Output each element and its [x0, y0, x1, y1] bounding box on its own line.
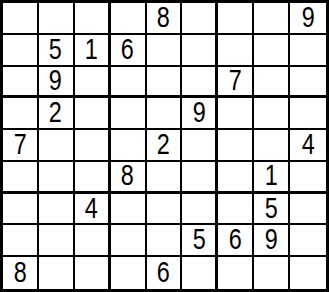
cell-r7c2[interactable]: [39, 194, 75, 226]
cell-r9c9[interactable]: [290, 257, 326, 289]
cell-r2c6[interactable]: [182, 35, 218, 67]
cell-r7c8[interactable]: 5: [254, 194, 290, 226]
cell-r2c7[interactable]: [218, 35, 254, 67]
cell-digit: 6: [121, 35, 134, 66]
cell-r4c3[interactable]: [75, 98, 111, 130]
cell-r1c5[interactable]: 8: [147, 3, 183, 35]
cell-r3c7[interactable]: 7: [218, 67, 254, 99]
cell-r9c5[interactable]: 6: [147, 257, 183, 289]
cell-r9c3[interactable]: [75, 257, 111, 289]
cell-r2c2[interactable]: 5: [39, 35, 75, 67]
cell-r9c7[interactable]: [218, 257, 254, 289]
cell-r1c2[interactable]: [39, 3, 75, 35]
cell-r3c6[interactable]: [182, 67, 218, 99]
cell-r4c2[interactable]: 2: [39, 98, 75, 130]
cell-r5c8[interactable]: [254, 130, 290, 162]
cell-r4c1[interactable]: [3, 98, 39, 130]
cell-digit: 7: [13, 130, 26, 161]
cell-r4c4[interactable]: [111, 98, 147, 130]
cell-r9c1[interactable]: 8: [3, 257, 39, 289]
cell-r6c3[interactable]: [75, 162, 111, 194]
cell-r4c7[interactable]: [218, 98, 254, 130]
cell-r5c5[interactable]: 2: [147, 130, 183, 162]
cell-digit: 6: [229, 225, 242, 256]
cell-r8c2[interactable]: [39, 225, 75, 257]
cell-r7c5[interactable]: [147, 194, 183, 226]
cell-r9c4[interactable]: [111, 257, 147, 289]
cell-r1c1[interactable]: [3, 3, 39, 35]
cell-r8c6[interactable]: 5: [182, 225, 218, 257]
cell-r8c5[interactable]: [147, 225, 183, 257]
cell-r8c9[interactable]: [290, 225, 326, 257]
cell-r2c5[interactable]: [147, 35, 183, 67]
cell-digit: 8: [157, 3, 170, 34]
cell-r1c6[interactable]: [182, 3, 218, 35]
cell-digit: 5: [265, 194, 278, 225]
cell-r5c1[interactable]: 7: [3, 130, 39, 162]
cell-r5c3[interactable]: [75, 130, 111, 162]
cell-r6c8[interactable]: 1: [254, 162, 290, 194]
cell-r2c8[interactable]: [254, 35, 290, 67]
cell-digit: 2: [49, 98, 62, 129]
sudoku-board: 895169729724814556986: [0, 0, 329, 292]
cell-r5c7[interactable]: [218, 130, 254, 162]
cell-digit: 8: [13, 257, 26, 289]
cell-r7c3[interactable]: 4: [75, 194, 111, 226]
cell-r8c7[interactable]: 6: [218, 225, 254, 257]
cell-r6c7[interactable]: [218, 162, 254, 194]
cell-r8c8[interactable]: 9: [254, 225, 290, 257]
cell-r4c9[interactable]: [290, 98, 326, 130]
cell-r7c7[interactable]: [218, 194, 254, 226]
cell-digit: 4: [85, 194, 98, 225]
cell-r8c3[interactable]: [75, 225, 111, 257]
cell-digit: 6: [157, 257, 170, 289]
cell-digit: 5: [192, 225, 205, 256]
cell-r3c4[interactable]: [111, 67, 147, 99]
cell-r5c6[interactable]: [182, 130, 218, 162]
cell-r9c6[interactable]: [182, 257, 218, 289]
cell-r6c9[interactable]: [290, 162, 326, 194]
cell-digit: 9: [192, 98, 205, 129]
cell-r5c4[interactable]: [111, 130, 147, 162]
cell-r3c8[interactable]: [254, 67, 290, 99]
cell-r6c4[interactable]: 8: [111, 162, 147, 194]
cell-r1c7[interactable]: [218, 3, 254, 35]
cell-digit: 1: [85, 35, 98, 66]
cell-r1c3[interactable]: [75, 3, 111, 35]
cell-r4c5[interactable]: [147, 98, 183, 130]
cell-r1c4[interactable]: [111, 3, 147, 35]
cell-r7c6[interactable]: [182, 194, 218, 226]
cell-r2c9[interactable]: [290, 35, 326, 67]
cell-r6c2[interactable]: [39, 162, 75, 194]
cell-digit: 9: [302, 3, 315, 34]
cell-digit: 9: [49, 67, 62, 97]
cell-r9c8[interactable]: [254, 257, 290, 289]
cell-r7c9[interactable]: [290, 194, 326, 226]
cell-digit: 8: [121, 162, 134, 192]
cell-r5c9[interactable]: 4: [290, 130, 326, 162]
cell-r2c4[interactable]: 6: [111, 35, 147, 67]
cell-r7c1[interactable]: [3, 194, 39, 226]
cell-r5c2[interactable]: [39, 130, 75, 162]
cell-r6c6[interactable]: [182, 162, 218, 194]
cell-r3c1[interactable]: [3, 67, 39, 99]
cell-digit: 7: [229, 67, 242, 97]
cell-r3c9[interactable]: [290, 67, 326, 99]
cell-r4c8[interactable]: [254, 98, 290, 130]
cell-r3c2[interactable]: 9: [39, 67, 75, 99]
cell-r3c5[interactable]: [147, 67, 183, 99]
cell-r4c6[interactable]: 9: [182, 98, 218, 130]
cell-r8c1[interactable]: [3, 225, 39, 257]
cell-r1c9[interactable]: 9: [290, 3, 326, 35]
cell-digit: 2: [157, 130, 170, 161]
cell-digit: 4: [302, 130, 315, 161]
cell-r6c5[interactable]: [147, 162, 183, 194]
cell-digit: 1: [265, 162, 278, 192]
cell-digit: 5: [49, 35, 62, 66]
cell-r2c1[interactable]: [3, 35, 39, 67]
cell-r9c2[interactable]: [39, 257, 75, 289]
cell-r2c3[interactable]: 1: [75, 35, 111, 67]
cell-r3c3[interactable]: [75, 67, 111, 99]
cell-r7c4[interactable]: [111, 194, 147, 226]
cell-r1c8[interactable]: [254, 3, 290, 35]
cell-digit: 9: [265, 225, 278, 256]
cell-r8c4[interactable]: [111, 225, 147, 257]
cell-r6c1[interactable]: [3, 162, 39, 194]
